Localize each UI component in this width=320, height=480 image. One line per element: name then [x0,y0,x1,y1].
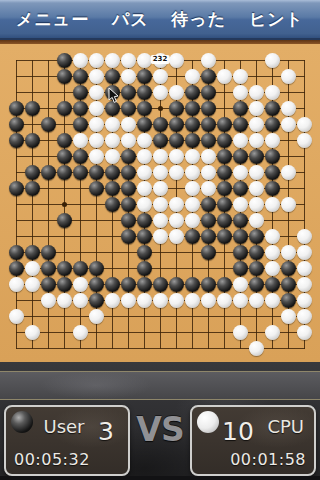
stone-black [217,277,232,292]
stone-black [41,117,56,132]
stone-black [57,165,72,180]
stone-white [89,133,104,148]
stone-white [297,117,312,132]
player-card-cpu: 10 CPU 00:01:58 [190,405,316,476]
stone-black [73,117,88,132]
stone-white [89,85,104,100]
stone-black [73,165,88,180]
stone-black [233,229,248,244]
stone-black [153,277,168,292]
stone-black [9,245,24,260]
stone-black [233,117,248,132]
stone-black [249,261,264,276]
stone-white [153,69,168,84]
stone-black [89,165,104,180]
stone-white [153,197,168,212]
stone-black [217,197,232,212]
stone-black [9,133,24,148]
stone-black [57,149,72,164]
stone-white [265,53,280,68]
stone-white [121,53,136,68]
stone-white [281,165,296,180]
stone-white [265,197,280,212]
stone-white [73,325,88,340]
stone-white [137,293,152,308]
stone-black [25,133,40,148]
pass-button[interactable]: パス [112,8,149,31]
stone-white [9,309,24,324]
stone-white [153,293,168,308]
stone-white [25,325,40,340]
stone-white [233,69,248,84]
stone-black [265,117,280,132]
stone-black [217,149,232,164]
stone-white [169,197,184,212]
stone-black [41,165,56,180]
stone-white [233,165,248,180]
stone-black [201,101,216,116]
stone-white [105,133,120,148]
stone-black [57,261,72,276]
stone-white [121,133,136,148]
stone-white [121,293,136,308]
stone-white [233,197,248,212]
stone-white [265,85,280,100]
stone-black [41,261,56,276]
stone-white [185,293,200,308]
stone-black [105,197,120,212]
stone-white [105,117,120,132]
stone-white [201,149,216,164]
stone-white [201,293,216,308]
stone-black [265,181,280,196]
mouse-cursor-icon [108,88,119,104]
stone-black [169,133,184,148]
stone-white [185,197,200,212]
stone-black [217,213,232,228]
stone-black [121,277,136,292]
stone-black [73,149,88,164]
stone-white [169,53,184,68]
stone-black [105,69,120,84]
stone-white [297,245,312,260]
stone-black [25,181,40,196]
stone-black [201,229,216,244]
panel-texture-band [0,371,320,400]
hint-button[interactable]: ヒント [249,8,304,31]
stone-black [9,261,24,276]
stone-black [137,229,152,244]
stone-black [9,181,24,196]
stone-white [249,85,264,100]
stone-black [265,101,280,116]
player-clock: 00:01:58 [230,450,306,469]
stone-black [89,181,104,196]
stone-white [57,293,72,308]
stone-white [89,309,104,324]
stone-black [137,261,152,276]
stone-white [153,149,168,164]
stone-black [217,165,232,180]
stone-black [57,277,72,292]
stone-white [137,165,152,180]
stone-black [73,101,88,116]
stone-white [89,69,104,84]
stone-white [105,149,120,164]
stone-black [121,213,136,228]
stone-black [201,133,216,148]
stone-black [137,69,152,84]
stone-black [41,277,56,292]
stone-black [281,277,296,292]
stone-white [73,277,88,292]
stone-white [249,101,264,116]
black-stone-icon [11,411,33,433]
stone-white [89,101,104,116]
stone-black [9,101,24,116]
stone-black [281,293,296,308]
stone-white [265,245,280,260]
stone-black [25,245,40,260]
stone-black [105,277,120,292]
white-stone-icon [197,411,219,433]
stone-black [153,117,168,132]
stone-white [249,133,264,148]
stone-white [297,309,312,324]
stone-white [185,149,200,164]
stone-white [185,69,200,84]
stone-white [249,341,264,356]
stone-black [137,85,152,100]
score-panel: User 3 00:05:32 VS 10 CPU 00:01:58 [0,362,320,480]
stone-white [185,181,200,196]
stone-black [121,149,136,164]
stone-black [249,245,264,260]
last-move-number-label: 232 [151,55,170,64]
player-card-user: User 3 00:05:32 [4,405,130,476]
stone-white [249,293,264,308]
stone-black [217,181,232,196]
stone-white [297,277,312,292]
stone-black [217,133,232,148]
stone-white [217,293,232,308]
stone-black [41,245,56,260]
stone-white [137,197,152,212]
stone-black [265,165,280,180]
toolbar: メニュー パス 待った ヒント [0,0,320,40]
stone-black [121,101,136,116]
stone-black [89,261,104,276]
stone-black [217,229,232,244]
stone-white [281,197,296,212]
stone-white [265,261,280,276]
stone-black [137,101,152,116]
stone-white [201,165,216,180]
stone-white [25,277,40,292]
stone-white [105,53,120,68]
stone-white [153,85,168,100]
stone-black [57,133,72,148]
star-point [158,106,163,111]
stone-black [169,277,184,292]
stone-white [137,53,152,68]
stone-white [25,261,40,276]
stone-white [297,261,312,276]
player-name: CPU [267,416,304,437]
stone-black [265,149,280,164]
player-name: User [36,416,92,437]
stone-white [73,133,88,148]
stone-black [265,277,280,292]
stone-black [89,293,104,308]
stone-white [233,85,248,100]
stone-white [233,133,248,148]
stone-black [201,197,216,212]
stone-white [153,181,168,196]
stone-black [233,101,248,116]
stone-white [249,213,264,228]
stone-white [249,117,264,132]
stone-white [73,293,88,308]
stone-white [265,293,280,308]
stone-black [185,101,200,116]
stone-black [185,229,200,244]
stone-black [121,229,136,244]
stone-black [249,277,264,292]
stone-black [153,133,168,148]
stone-white [297,325,312,340]
stone-black [9,117,24,132]
app-window: メニュー パス 待った ヒント 232 User 3 00:05:32 VS 1… [0,0,320,480]
stone-black [233,149,248,164]
stone-white [89,117,104,132]
stone-black [25,165,40,180]
stone-white [121,117,136,132]
stone-white [9,277,24,292]
go-board[interactable]: 232 [0,44,320,362]
stone-white [233,325,248,340]
stone-black [249,149,264,164]
stone-black [73,69,88,84]
stone-black [57,53,72,68]
stone-black [281,261,296,276]
stone-black [185,133,200,148]
stone-black [233,245,248,260]
stone-black [121,197,136,212]
stone-white [185,165,200,180]
stone-black [169,101,184,116]
stone-white [201,53,216,68]
stone-black [121,181,136,196]
stone-white [281,117,296,132]
menu-button[interactable]: メニュー [16,8,89,31]
stone-white [233,293,248,308]
stone-black [249,229,264,244]
stone-white [297,133,312,148]
undo-button[interactable]: 待った [171,8,226,31]
stone-black [233,261,248,276]
player-captures: 3 [98,417,114,446]
stone-white [249,181,264,196]
stone-white [249,197,264,212]
stone-white [265,325,280,340]
stone-white [169,293,184,308]
stone-black [57,213,72,228]
stone-black [201,117,216,132]
stone-black [137,277,152,292]
stone-black [217,117,232,132]
stone-black [201,245,216,260]
stone-black [185,85,200,100]
stone-white [153,229,168,244]
stone-black [73,85,88,100]
stone-black [105,181,120,196]
stone-black [105,165,120,180]
stone-white [89,149,104,164]
stone-white [73,53,88,68]
stone-black [73,261,88,276]
stone-white [169,213,184,228]
stone-black [201,69,216,84]
stone-black [201,277,216,292]
vs-label: VS [132,410,188,449]
stone-white [169,165,184,180]
stone-black [57,101,72,116]
stone-black [89,277,104,292]
stone-black [201,213,216,228]
stone-white [297,229,312,244]
stone-white [233,277,248,292]
stone-black [233,213,248,228]
stone-white [41,293,56,308]
stone-white [281,101,296,116]
stone-white [153,165,168,180]
stone-white [249,165,264,180]
stone-white [89,53,104,68]
stone-white [297,293,312,308]
stone-black [121,85,136,100]
stone-white [265,133,280,148]
stone-black [185,117,200,132]
star-point [62,202,67,207]
stone-white [137,133,152,148]
stone-black [57,69,72,84]
stone-white [217,69,232,84]
stone-black [169,117,184,132]
stone-white [169,229,184,244]
stone-white [185,213,200,228]
stone-white [105,293,120,308]
stone-black [137,245,152,260]
stone-white [169,149,184,164]
stone-black [201,85,216,100]
stone-white [137,181,152,196]
stone-white [137,149,152,164]
stone-black [121,165,136,180]
stone-black [233,181,248,196]
stone-white [265,229,280,244]
stone-white [281,69,296,84]
stone-white [281,245,296,260]
stone-white [201,181,216,196]
stone-black [185,277,200,292]
stone-black [137,213,152,228]
player-clock: 00:05:32 [14,450,90,469]
stone-white [169,85,184,100]
stone-white [281,309,296,324]
stone-black [25,101,40,116]
stone-black [137,117,152,132]
player-captures: 10 [222,417,254,446]
stone-white [153,213,168,228]
stone-white [121,69,136,84]
